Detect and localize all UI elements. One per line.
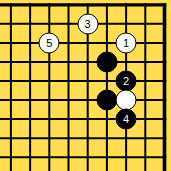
intersection[interactable]: [136, 72, 155, 91]
intersection[interactable]: [78, 33, 97, 52]
intersection[interactable]: [20, 0, 39, 14]
intersection[interactable]: [155, 148, 171, 167]
intersection[interactable]: 5: [40, 33, 59, 52]
intersection[interactable]: [116, 52, 135, 71]
intersection[interactable]: [20, 33, 39, 52]
move-number: 4: [123, 113, 129, 125]
intersection[interactable]: [40, 72, 59, 91]
intersection[interactable]: [1, 0, 20, 14]
intersection[interactable]: [155, 110, 171, 129]
intersection[interactable]: [97, 33, 116, 52]
intersection[interactable]: [136, 52, 155, 71]
intersection[interactable]: [1, 14, 20, 33]
intersection[interactable]: 2: [116, 72, 135, 91]
white-stone-1: 1: [116, 32, 137, 53]
intersection[interactable]: [20, 110, 39, 129]
intersection[interactable]: [136, 33, 155, 52]
intersection[interactable]: [59, 0, 78, 14]
intersection[interactable]: [1, 52, 20, 71]
intersection[interactable]: [40, 129, 59, 148]
intersection[interactable]: 3: [78, 14, 97, 33]
intersection[interactable]: [97, 72, 116, 91]
intersection[interactable]: [20, 72, 39, 91]
intersection[interactable]: [40, 14, 59, 33]
intersection[interactable]: [59, 33, 78, 52]
intersection[interactable]: [136, 0, 155, 14]
intersection[interactable]: [59, 91, 78, 110]
intersection[interactable]: [116, 91, 135, 110]
intersection[interactable]: 4: [116, 110, 135, 129]
white-stone-R14: [116, 90, 137, 111]
intersection[interactable]: [1, 91, 20, 110]
intersection[interactable]: [40, 0, 59, 14]
intersection[interactable]: [1, 33, 20, 52]
intersection[interactable]: [40, 91, 59, 110]
intersection[interactable]: [20, 14, 39, 33]
intersection[interactable]: [1, 148, 20, 167]
intersection[interactable]: [116, 0, 135, 14]
intersection[interactable]: [59, 110, 78, 129]
intersection[interactable]: [20, 52, 39, 71]
intersection[interactable]: [20, 91, 39, 110]
black-stone-Q16: [96, 51, 117, 72]
move-number: 2: [123, 75, 129, 87]
intersection[interactable]: [155, 52, 171, 71]
intersection[interactable]: [155, 33, 171, 52]
intersection[interactable]: [78, 110, 97, 129]
move-number: 5: [46, 37, 52, 49]
intersection[interactable]: [78, 72, 97, 91]
intersection[interactable]: [136, 129, 155, 148]
white-stone-3: 3: [77, 13, 98, 34]
intersection[interactable]: [136, 110, 155, 129]
intersection[interactable]: [59, 14, 78, 33]
intersection[interactable]: [97, 91, 116, 110]
move-number: 1: [123, 37, 129, 49]
intersection[interactable]: [116, 129, 135, 148]
intersection[interactable]: [1, 72, 20, 91]
intersection[interactable]: [78, 91, 97, 110]
intersection[interactable]: [136, 148, 155, 167]
intersection[interactable]: [97, 0, 116, 14]
intersection[interactable]: [155, 0, 171, 14]
intersection[interactable]: [59, 148, 78, 167]
intersection[interactable]: [78, 148, 97, 167]
intersection[interactable]: [78, 0, 97, 14]
intersection[interactable]: [59, 52, 78, 71]
intersection[interactable]: [97, 148, 116, 167]
black-stone-2: 2: [116, 71, 137, 92]
intersection[interactable]: [136, 14, 155, 33]
intersection[interactable]: [97, 110, 116, 129]
intersection[interactable]: [59, 72, 78, 91]
intersection[interactable]: [40, 110, 59, 129]
intersection[interactable]: [155, 14, 171, 33]
intersection[interactable]: 1: [116, 33, 135, 52]
board-grid[interactable]: 35124: [1, 0, 171, 167]
intersection[interactable]: [78, 52, 97, 71]
intersection[interactable]: [97, 52, 116, 71]
intersection[interactable]: [40, 52, 59, 71]
intersection[interactable]: [78, 129, 97, 148]
move-number: 3: [85, 18, 91, 30]
intersection[interactable]: [59, 129, 78, 148]
intersection[interactable]: [136, 91, 155, 110]
intersection[interactable]: [155, 91, 171, 110]
white-stone-5: 5: [39, 32, 60, 53]
intersection[interactable]: [116, 148, 135, 167]
intersection[interactable]: [155, 72, 171, 91]
intersection[interactable]: [1, 129, 20, 148]
intersection[interactable]: [116, 14, 135, 33]
intersection[interactable]: [20, 148, 39, 167]
intersection[interactable]: [1, 110, 20, 129]
intersection[interactable]: [97, 129, 116, 148]
go-board-diagram: 35124: [0, 0, 171, 171]
intersection[interactable]: [40, 148, 59, 167]
intersection[interactable]: [20, 129, 39, 148]
intersection[interactable]: [155, 129, 171, 148]
black-stone-4: 4: [116, 109, 137, 130]
black-stone-Q14: [96, 90, 117, 111]
intersection[interactable]: [97, 14, 116, 33]
